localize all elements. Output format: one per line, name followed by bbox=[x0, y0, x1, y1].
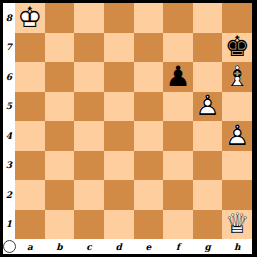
square-d8[interactable] bbox=[104, 3, 134, 33]
square-g8[interactable] bbox=[193, 3, 223, 33]
rank-label-3: 3 bbox=[3, 151, 15, 181]
square-a3[interactable] bbox=[15, 151, 45, 181]
file-label-g: g bbox=[193, 239, 223, 254]
square-e2[interactable] bbox=[134, 180, 164, 210]
rank-label-1: 1 bbox=[3, 210, 15, 240]
black-pawn: ♟ bbox=[163, 62, 193, 92]
white-bishop-outline: ♗ bbox=[222, 62, 252, 92]
rank-label-7: 7 bbox=[3, 33, 15, 63]
rank-label-4: 4 bbox=[3, 121, 15, 151]
square-g4[interactable] bbox=[193, 121, 223, 151]
square-b4[interactable] bbox=[45, 121, 75, 151]
square-e5[interactable] bbox=[134, 92, 164, 122]
file-label-a: a bbox=[15, 239, 45, 254]
square-g5[interactable]: ♟♙ bbox=[193, 92, 223, 122]
square-b3[interactable] bbox=[45, 151, 75, 181]
square-b5[interactable] bbox=[45, 92, 75, 122]
square-h8[interactable] bbox=[222, 3, 252, 33]
file-label-b: b bbox=[45, 239, 75, 254]
square-d2[interactable] bbox=[104, 180, 134, 210]
black-pawn-glyph: ♟ bbox=[163, 62, 193, 92]
white-king: ♚♔ bbox=[15, 3, 45, 33]
square-c4[interactable] bbox=[74, 121, 104, 151]
square-h5[interactable] bbox=[222, 92, 252, 122]
square-f1[interactable] bbox=[163, 210, 193, 240]
square-e1[interactable] bbox=[134, 210, 164, 240]
rank-label-6: 6 bbox=[3, 62, 15, 92]
white-pawn: ♟♙ bbox=[222, 121, 252, 151]
white-pawn-outline: ♙ bbox=[222, 121, 252, 151]
file-label-d: d bbox=[104, 239, 134, 254]
square-f3[interactable] bbox=[163, 151, 193, 181]
square-f4[interactable] bbox=[163, 121, 193, 151]
square-d7[interactable] bbox=[104, 33, 134, 63]
square-g2[interactable] bbox=[193, 180, 223, 210]
square-c6[interactable] bbox=[74, 62, 104, 92]
square-c5[interactable] bbox=[74, 92, 104, 122]
white-bishop: ♝♗ bbox=[222, 62, 252, 92]
square-b2[interactable] bbox=[45, 180, 75, 210]
square-d1[interactable] bbox=[104, 210, 134, 240]
square-h4[interactable]: ♟♙ bbox=[222, 121, 252, 151]
white-to-move-indicator bbox=[3, 240, 16, 253]
square-a1[interactable] bbox=[15, 210, 45, 240]
square-f5[interactable] bbox=[163, 92, 193, 122]
rank-label-8: 8 bbox=[3, 3, 15, 33]
square-c3[interactable] bbox=[74, 151, 104, 181]
square-h1[interactable]: ♛♕ bbox=[222, 210, 252, 240]
square-e7[interactable] bbox=[134, 33, 164, 63]
white-king-outline: ♔ bbox=[15, 3, 45, 33]
square-d5[interactable] bbox=[104, 92, 134, 122]
file-label-e: e bbox=[134, 239, 164, 254]
square-c7[interactable] bbox=[74, 33, 104, 63]
square-d6[interactable] bbox=[104, 62, 134, 92]
white-pawn-outline: ♙ bbox=[193, 92, 223, 122]
black-king-glyph: ♚ bbox=[222, 33, 252, 63]
square-a5[interactable] bbox=[15, 92, 45, 122]
square-h7[interactable]: ♚ bbox=[222, 33, 252, 63]
black-king: ♚ bbox=[222, 33, 252, 63]
square-h3[interactable] bbox=[222, 151, 252, 181]
square-g1[interactable] bbox=[193, 210, 223, 240]
square-f6[interactable]: ♟ bbox=[163, 62, 193, 92]
square-b7[interactable] bbox=[45, 33, 75, 63]
white-queen-outline: ♕ bbox=[222, 210, 252, 240]
square-b6[interactable] bbox=[45, 62, 75, 92]
square-g3[interactable] bbox=[193, 151, 223, 181]
chess-diagram: ♚♔♚♟♝♗♟♙♟♙♛♕ 87654321 abcdefgh bbox=[0, 0, 257, 257]
square-g7[interactable] bbox=[193, 33, 223, 63]
square-f2[interactable] bbox=[163, 180, 193, 210]
square-d4[interactable] bbox=[104, 121, 134, 151]
square-f7[interactable] bbox=[163, 33, 193, 63]
white-queen: ♛♕ bbox=[222, 210, 252, 240]
square-a2[interactable] bbox=[15, 180, 45, 210]
square-a7[interactable] bbox=[15, 33, 45, 63]
file-label-f: f bbox=[163, 239, 193, 254]
square-e3[interactable] bbox=[134, 151, 164, 181]
square-e4[interactable] bbox=[134, 121, 164, 151]
rank-label-2: 2 bbox=[3, 180, 15, 210]
square-c1[interactable] bbox=[74, 210, 104, 240]
chess-board: ♚♔♚♟♝♗♟♙♟♙♛♕ bbox=[15, 3, 252, 239]
square-f8[interactable] bbox=[163, 3, 193, 33]
file-label-h: h bbox=[222, 239, 252, 254]
square-g6[interactable] bbox=[193, 62, 223, 92]
square-c8[interactable] bbox=[74, 3, 104, 33]
square-e8[interactable] bbox=[134, 3, 164, 33]
square-a4[interactable] bbox=[15, 121, 45, 151]
square-d3[interactable] bbox=[104, 151, 134, 181]
square-a8[interactable]: ♚♔ bbox=[15, 3, 45, 33]
square-c2[interactable] bbox=[74, 180, 104, 210]
white-pawn: ♟♙ bbox=[193, 92, 223, 122]
square-h6[interactable]: ♝♗ bbox=[222, 62, 252, 92]
square-b1[interactable] bbox=[45, 210, 75, 240]
file-label-c: c bbox=[74, 239, 104, 254]
square-h2[interactable] bbox=[222, 180, 252, 210]
square-e6[interactable] bbox=[134, 62, 164, 92]
square-b8[interactable] bbox=[45, 3, 75, 33]
rank-label-5: 5 bbox=[3, 92, 15, 122]
square-a6[interactable] bbox=[15, 62, 45, 92]
